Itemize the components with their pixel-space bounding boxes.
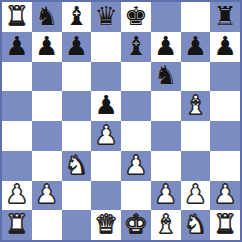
square-g1[interactable]: ♞ xyxy=(181,210,211,240)
square-d5[interactable]: ♟ xyxy=(91,91,121,121)
square-g5[interactable]: ♝ xyxy=(181,91,211,121)
chess-board: ♜♞♝♛♚♜♟♟♟♝♟♟♟♞♟♝♟♞♟♟♟♟♟♟♜♛♚♝♞♜ xyxy=(0,0,242,242)
square-f4[interactable] xyxy=(151,121,181,151)
square-a5[interactable] xyxy=(2,91,32,121)
square-h6[interactable] xyxy=(210,62,240,92)
piece-black-pawn[interactable]: ♟ xyxy=(94,92,117,118)
square-c1[interactable] xyxy=(62,210,92,240)
square-b4[interactable] xyxy=(32,121,62,151)
square-c2[interactable] xyxy=(62,181,92,211)
square-g2[interactable]: ♟ xyxy=(181,181,211,211)
square-g4[interactable] xyxy=(181,121,211,151)
piece-white-rook[interactable]: ♜ xyxy=(5,3,28,29)
square-c7[interactable]: ♟ xyxy=(62,32,92,62)
square-b8[interactable]: ♞ xyxy=(32,2,62,32)
square-e3[interactable]: ♟ xyxy=(121,151,151,181)
square-h7[interactable]: ♟ xyxy=(210,32,240,62)
square-d2[interactable] xyxy=(91,181,121,211)
square-a2[interactable]: ♟ xyxy=(2,181,32,211)
square-f8[interactable] xyxy=(151,2,181,32)
square-g8[interactable] xyxy=(181,2,211,32)
square-a6[interactable] xyxy=(2,62,32,92)
square-g7[interactable]: ♟ xyxy=(181,32,211,62)
piece-white-pawn[interactable]: ♟ xyxy=(35,181,58,207)
square-f3[interactable] xyxy=(151,151,181,181)
square-d3[interactable] xyxy=(91,151,121,181)
piece-white-pawn[interactable]: ♟ xyxy=(5,181,28,207)
square-h5[interactable] xyxy=(210,91,240,121)
square-e8[interactable]: ♚ xyxy=(121,2,151,32)
square-h2[interactable]: ♟ xyxy=(210,181,240,211)
piece-white-bishop[interactable]: ♝ xyxy=(184,92,207,118)
square-f7[interactable]: ♟ xyxy=(151,32,181,62)
square-e4[interactable] xyxy=(121,121,151,151)
square-a7[interactable]: ♟ xyxy=(2,32,32,62)
piece-white-knight[interactable]: ♞ xyxy=(65,152,88,178)
square-d1[interactable]: ♛ xyxy=(91,210,121,240)
square-b7[interactable]: ♟ xyxy=(32,32,62,62)
square-e1[interactable]: ♚ xyxy=(121,210,151,240)
piece-white-rook[interactable]: ♜ xyxy=(5,211,28,237)
square-f1[interactable]: ♝ xyxy=(151,210,181,240)
piece-white-pawn[interactable]: ♟ xyxy=(154,181,177,207)
square-g3[interactable] xyxy=(181,151,211,181)
square-e2[interactable] xyxy=(121,181,151,211)
piece-black-knight[interactable]: ♞ xyxy=(35,3,58,29)
piece-white-rook[interactable]: ♜ xyxy=(213,211,236,237)
square-c3[interactable]: ♞ xyxy=(62,151,92,181)
piece-black-pawn[interactable]: ♟ xyxy=(65,33,88,59)
square-d6[interactable] xyxy=(91,62,121,92)
piece-black-queen[interactable]: ♛ xyxy=(94,3,117,29)
piece-white-pawn[interactable]: ♟ xyxy=(94,122,117,148)
square-d7[interactable] xyxy=(91,32,121,62)
square-e6[interactable] xyxy=(121,62,151,92)
square-b3[interactable] xyxy=(32,151,62,181)
piece-black-pawn[interactable]: ♟ xyxy=(213,33,236,59)
square-a4[interactable] xyxy=(2,121,32,151)
square-f5[interactable] xyxy=(151,91,181,121)
piece-black-pawn[interactable]: ♟ xyxy=(184,33,207,59)
piece-white-pawn[interactable]: ♟ xyxy=(184,181,207,207)
square-f2[interactable]: ♟ xyxy=(151,181,181,211)
square-h8[interactable]: ♜ xyxy=(210,2,240,32)
piece-black-pawn[interactable]: ♟ xyxy=(154,33,177,59)
square-e7[interactable]: ♝ xyxy=(121,32,151,62)
square-b5[interactable] xyxy=(32,91,62,121)
square-g6[interactable] xyxy=(181,62,211,92)
piece-white-pawn[interactable]: ♟ xyxy=(124,152,147,178)
piece-black-bishop[interactable]: ♝ xyxy=(124,33,147,59)
piece-black-pawn[interactable]: ♟ xyxy=(35,33,58,59)
square-c5[interactable] xyxy=(62,91,92,121)
piece-black-knight[interactable]: ♞ xyxy=(154,62,177,88)
square-h4[interactable] xyxy=(210,121,240,151)
piece-white-knight[interactable]: ♞ xyxy=(184,211,207,237)
square-c8[interactable]: ♝ xyxy=(62,2,92,32)
piece-white-bishop[interactable]: ♝ xyxy=(154,211,177,237)
piece-black-pawn[interactable]: ♟ xyxy=(5,33,28,59)
square-h3[interactable] xyxy=(210,151,240,181)
square-c6[interactable] xyxy=(62,62,92,92)
square-b1[interactable] xyxy=(32,210,62,240)
piece-white-king[interactable]: ♚ xyxy=(124,211,147,237)
piece-black-rook[interactable]: ♜ xyxy=(213,3,236,29)
piece-black-king[interactable]: ♚ xyxy=(124,3,147,29)
piece-white-pawn[interactable]: ♟ xyxy=(213,181,236,207)
square-d8[interactable]: ♛ xyxy=(91,2,121,32)
square-a8[interactable]: ♜ xyxy=(2,2,32,32)
piece-black-bishop[interactable]: ♝ xyxy=(65,3,88,29)
square-a3[interactable] xyxy=(2,151,32,181)
square-b6[interactable] xyxy=(32,62,62,92)
square-h1[interactable]: ♜ xyxy=(210,210,240,240)
square-a1[interactable]: ♜ xyxy=(2,210,32,240)
piece-white-queen[interactable]: ♛ xyxy=(94,211,117,237)
square-e5[interactable] xyxy=(121,91,151,121)
square-f6[interactable]: ♞ xyxy=(151,62,181,92)
square-c4[interactable] xyxy=(62,121,92,151)
square-b2[interactable]: ♟ xyxy=(32,181,62,211)
square-d4[interactable]: ♟ xyxy=(91,121,121,151)
